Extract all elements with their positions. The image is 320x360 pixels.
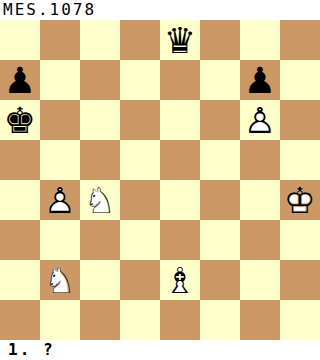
- square-a2[interactable]: [0, 260, 40, 300]
- square-d6[interactable]: [120, 100, 160, 140]
- piece-white-pawn: ♙: [240, 100, 280, 140]
- square-d8[interactable]: [120, 20, 160, 60]
- square-c4[interactable]: ♞♘: [80, 180, 120, 220]
- square-a3[interactable]: [0, 220, 40, 260]
- puzzle-title: MES.1078: [0, 0, 320, 20]
- piece-white-king: ♔: [280, 180, 320, 220]
- square-g2[interactable]: [240, 260, 280, 300]
- square-f4[interactable]: [200, 180, 240, 220]
- square-e2[interactable]: ♝♗: [160, 260, 200, 300]
- square-f6[interactable]: [200, 100, 240, 140]
- square-a4[interactable]: [0, 180, 40, 220]
- square-f7[interactable]: [200, 60, 240, 100]
- square-e5[interactable]: [160, 140, 200, 180]
- piece-black-queen: ♛: [160, 20, 200, 60]
- square-b1[interactable]: [40, 300, 80, 340]
- square-b5[interactable]: [40, 140, 80, 180]
- square-c1[interactable]: [80, 300, 120, 340]
- square-b2[interactable]: ♞♘: [40, 260, 80, 300]
- square-b7[interactable]: [40, 60, 80, 100]
- chess-board: ♛♟♟♚♟♙♟♙♞♘♚♔♞♘♝♗: [0, 20, 320, 340]
- square-f2[interactable]: [200, 260, 240, 300]
- square-g3[interactable]: [240, 220, 280, 260]
- square-b3[interactable]: [40, 220, 80, 260]
- square-d4[interactable]: [120, 180, 160, 220]
- square-c8[interactable]: [80, 20, 120, 60]
- square-f3[interactable]: [200, 220, 240, 260]
- square-h6[interactable]: [280, 100, 320, 140]
- piece-black-pawn: ♟: [0, 60, 40, 100]
- square-h1[interactable]: [280, 300, 320, 340]
- square-d7[interactable]: [120, 60, 160, 100]
- square-g8[interactable]: [240, 20, 280, 60]
- square-h5[interactable]: [280, 140, 320, 180]
- square-g6[interactable]: ♟♙: [240, 100, 280, 140]
- square-f8[interactable]: [200, 20, 240, 60]
- square-h8[interactable]: [280, 20, 320, 60]
- square-d2[interactable]: [120, 260, 160, 300]
- square-b4[interactable]: ♟♙: [40, 180, 80, 220]
- piece-white-bishop: ♗: [160, 260, 200, 300]
- piece-black-pawn: ♟: [240, 60, 280, 100]
- square-g1[interactable]: [240, 300, 280, 340]
- square-a5[interactable]: [0, 140, 40, 180]
- move-prompt: 1. ?: [0, 340, 320, 360]
- piece-white-knight: ♘: [40, 260, 80, 300]
- piece-white-pawn: ♙: [40, 180, 80, 220]
- square-d3[interactable]: [120, 220, 160, 260]
- square-c2[interactable]: [80, 260, 120, 300]
- square-c3[interactable]: [80, 220, 120, 260]
- square-b6[interactable]: [40, 100, 80, 140]
- square-d1[interactable]: [120, 300, 160, 340]
- square-d5[interactable]: [120, 140, 160, 180]
- piece-black-king: ♚: [0, 100, 40, 140]
- square-h3[interactable]: [280, 220, 320, 260]
- square-e8[interactable]: ♛: [160, 20, 200, 60]
- square-g4[interactable]: [240, 180, 280, 220]
- square-f1[interactable]: [200, 300, 240, 340]
- square-a6[interactable]: ♚: [0, 100, 40, 140]
- piece-white-knight: ♘: [80, 180, 120, 220]
- square-a1[interactable]: [0, 300, 40, 340]
- square-c7[interactable]: [80, 60, 120, 100]
- square-h7[interactable]: [280, 60, 320, 100]
- square-g5[interactable]: [240, 140, 280, 180]
- square-g7[interactable]: ♟: [240, 60, 280, 100]
- square-f5[interactable]: [200, 140, 240, 180]
- square-c6[interactable]: [80, 100, 120, 140]
- square-e6[interactable]: [160, 100, 200, 140]
- square-a7[interactable]: ♟: [0, 60, 40, 100]
- square-h2[interactable]: [280, 260, 320, 300]
- square-e7[interactable]: [160, 60, 200, 100]
- square-b8[interactable]: [40, 20, 80, 60]
- square-e1[interactable]: [160, 300, 200, 340]
- square-a8[interactable]: [0, 20, 40, 60]
- square-e4[interactable]: [160, 180, 200, 220]
- square-e3[interactable]: [160, 220, 200, 260]
- square-c5[interactable]: [80, 140, 120, 180]
- square-h4[interactable]: ♚♔: [280, 180, 320, 220]
